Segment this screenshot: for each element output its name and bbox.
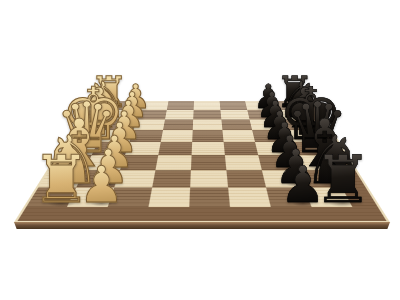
square-f3: [133, 119, 165, 130]
square-e7: [252, 130, 286, 142]
square-b4: [152, 170, 191, 187]
board-grid: [26, 101, 352, 207]
square-g6: [220, 110, 249, 120]
square-b5: [190, 170, 228, 187]
square-e5: [192, 130, 223, 142]
board-maple-line: [14, 101, 390, 223]
square-g4: [165, 110, 194, 120]
square-d5: [192, 142, 225, 155]
square-b2: [76, 170, 120, 187]
square-c4: [155, 155, 191, 170]
square-g5: [193, 110, 221, 120]
square-a4: [148, 188, 190, 208]
square-d3: [125, 142, 161, 155]
square-d8: [286, 142, 324, 155]
square-f6: [221, 119, 252, 130]
board-near-edge: [14, 222, 390, 229]
square-a6: [228, 188, 271, 208]
square-e6: [222, 130, 255, 142]
chess-set-photo: ♜♞♝♛♚♝♞♜♟♟♟♟♟♟♟♟♟♟♟♟♟♟♟♟♜♞♝♛♚♝♞♜: [0, 0, 400, 300]
square-g3: [137, 110, 167, 120]
square-f4: [163, 119, 193, 130]
square-c6: [225, 155, 262, 170]
square-h3: [140, 101, 168, 110]
square-g8: [274, 110, 306, 120]
square-h4: [167, 101, 194, 110]
square-d6: [224, 142, 259, 155]
square-e2: [98, 130, 133, 142]
square-d2: [92, 142, 130, 155]
square-h5: [194, 101, 221, 110]
square-a8: [304, 188, 352, 208]
square-c5: [191, 155, 227, 170]
square-b3: [114, 170, 155, 187]
square-h6: [220, 101, 248, 110]
square-a3: [108, 188, 153, 208]
square-c2: [84, 155, 125, 170]
square-e4: [161, 130, 193, 142]
square-b8: [297, 170, 342, 187]
square-d7: [255, 142, 292, 155]
square-c3: [120, 155, 158, 170]
square-g7: [247, 110, 278, 120]
square-f8: [278, 119, 312, 130]
square-a5: [189, 188, 230, 208]
square-h2: [113, 101, 143, 110]
square-f5: [193, 119, 223, 130]
square-c8: [292, 155, 333, 170]
square-a2: [67, 188, 114, 208]
square-d4: [158, 142, 192, 155]
square-h7: [245, 101, 274, 110]
square-f7: [250, 119, 282, 130]
chess-board: [14, 101, 390, 223]
square-g2: [109, 110, 140, 120]
square-e8: [282, 130, 318, 142]
square-b6: [226, 170, 266, 187]
square-h8: [271, 101, 301, 110]
square-e3: [129, 130, 163, 142]
square-f2: [104, 119, 137, 130]
